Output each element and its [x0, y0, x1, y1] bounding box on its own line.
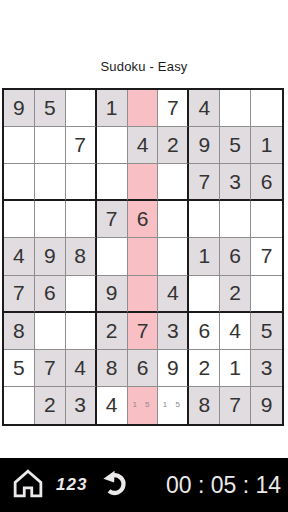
- cell-r8c8[interactable]: 1: [220, 350, 251, 387]
- pencil-marks: 1 5: [163, 401, 183, 409]
- bottom-toolbar: 123 00 : 05 : 14: [0, 458, 288, 512]
- cell-r4c2[interactable]: [35, 201, 66, 238]
- cell-r9c4[interactable]: 4: [97, 387, 128, 424]
- cell-r2c1[interactable]: [4, 127, 35, 164]
- cell-r8c5[interactable]: 6: [128, 350, 159, 387]
- numbers-input-button[interactable]: 123: [56, 475, 87, 495]
- cell-r7c4[interactable]: 2: [97, 313, 128, 350]
- cell-r2c8[interactable]: 5: [220, 127, 251, 164]
- cell-r5c5[interactable]: [128, 238, 159, 275]
- cell-r4c1[interactable]: [4, 201, 35, 238]
- cell-r5c1[interactable]: 4: [4, 238, 35, 275]
- cell-r8c1[interactable]: 5: [4, 350, 35, 387]
- cell-r9c2[interactable]: 2: [35, 387, 66, 424]
- cell-r6c6[interactable]: 4: [158, 276, 189, 313]
- cell-r4c9[interactable]: [251, 201, 282, 238]
- cell-r4c4[interactable]: 7: [97, 201, 128, 238]
- timer-display: 00 : 05 : 14: [166, 472, 281, 499]
- cell-r6c8[interactable]: 2: [220, 276, 251, 313]
- cell-r6c1[interactable]: 7: [4, 276, 35, 313]
- cell-r1c5[interactable]: [128, 90, 159, 127]
- cell-r1c4[interactable]: 1: [97, 90, 128, 127]
- cell-r4c6[interactable]: [158, 201, 189, 238]
- cell-r5c4[interactable]: [97, 238, 128, 275]
- cell-r1c9[interactable]: [251, 90, 282, 127]
- cell-r2c2[interactable]: [35, 127, 66, 164]
- cell-r9c6[interactable]: 1 5: [158, 387, 189, 424]
- cell-r3c4[interactable]: [97, 164, 128, 201]
- cell-r9c3[interactable]: 3: [66, 387, 97, 424]
- cell-r1c2[interactable]: 5: [35, 90, 66, 127]
- cell-r4c8[interactable]: [220, 201, 251, 238]
- cell-r1c1[interactable]: 9: [4, 90, 35, 127]
- cell-r4c3[interactable]: [66, 201, 97, 238]
- cell-r9c1[interactable]: [4, 387, 35, 424]
- cell-r7c3[interactable]: [66, 313, 97, 350]
- cell-r3c3[interactable]: [66, 164, 97, 201]
- cell-r8c2[interactable]: 7: [35, 350, 66, 387]
- cell-r2c6[interactable]: 2: [158, 127, 189, 164]
- cell-r7c1[interactable]: 8: [4, 313, 35, 350]
- cell-r9c8[interactable]: 7: [220, 387, 251, 424]
- home-button[interactable]: [13, 470, 43, 500]
- cell-r3c7[interactable]: 7: [189, 164, 220, 201]
- home-icon: [13, 468, 43, 502]
- cell-r2c9[interactable]: 1: [251, 127, 282, 164]
- app-screen: Sudoku - Easy 95174742951736764981677694…: [0, 0, 288, 512]
- cell-r4c5[interactable]: 6: [128, 201, 159, 238]
- cell-r6c9[interactable]: [251, 276, 282, 313]
- cell-r8c6[interactable]: 9: [158, 350, 189, 387]
- cell-r6c7[interactable]: [189, 276, 220, 313]
- cell-r6c5[interactable]: [128, 276, 159, 313]
- cell-r1c6[interactable]: 7: [158, 90, 189, 127]
- cell-r1c3[interactable]: [66, 90, 97, 127]
- cell-r7c9[interactable]: 5: [251, 313, 282, 350]
- sudoku-board: 9517474295173676498167769428273645574869…: [2, 88, 284, 426]
- cell-r9c9[interactable]: 9: [251, 387, 282, 424]
- cell-r6c2[interactable]: 6: [35, 276, 66, 313]
- page-title: Sudoku - Easy: [0, 59, 288, 74]
- cell-r3c9[interactable]: 6: [251, 164, 282, 201]
- cell-r5c7[interactable]: 1: [189, 238, 220, 275]
- cell-r5c3[interactable]: 8: [66, 238, 97, 275]
- cell-r7c8[interactable]: 4: [220, 313, 251, 350]
- cell-r4c7[interactable]: [189, 201, 220, 238]
- cell-r3c6[interactable]: [158, 164, 189, 201]
- cell-r2c3[interactable]: 7: [66, 127, 97, 164]
- cell-r3c5[interactable]: [128, 164, 159, 201]
- cell-r5c6[interactable]: [158, 238, 189, 275]
- cell-r9c7[interactable]: 8: [189, 387, 220, 424]
- cell-r2c7[interactable]: 9: [189, 127, 220, 164]
- cell-r8c7[interactable]: 2: [189, 350, 220, 387]
- undo-icon: [102, 468, 130, 502]
- cell-r3c1[interactable]: [4, 164, 35, 201]
- cell-r2c4[interactable]: [97, 127, 128, 164]
- cell-r3c8[interactable]: 3: [220, 164, 251, 201]
- cell-r8c3[interactable]: 4: [66, 350, 97, 387]
- cell-r2c5[interactable]: 4: [128, 127, 159, 164]
- undo-button[interactable]: [102, 470, 130, 500]
- cell-r5c2[interactable]: 9: [35, 238, 66, 275]
- cell-r1c8[interactable]: [220, 90, 251, 127]
- cell-r7c2[interactable]: [35, 313, 66, 350]
- cell-r3c2[interactable]: [35, 164, 66, 201]
- cell-r6c4[interactable]: 9: [97, 276, 128, 313]
- cell-r8c4[interactable]: 8: [97, 350, 128, 387]
- cell-r5c9[interactable]: 7: [251, 238, 282, 275]
- cell-r9c5[interactable]: 1 5: [128, 387, 159, 424]
- cell-r8c9[interactable]: 3: [251, 350, 282, 387]
- cell-r6c3[interactable]: [66, 276, 97, 313]
- cell-r1c7[interactable]: 4: [189, 90, 220, 127]
- cell-r7c5[interactable]: 7: [128, 313, 159, 350]
- pencil-marks: 1 5: [132, 401, 152, 409]
- cell-r5c8[interactable]: 6: [220, 238, 251, 275]
- cell-r7c6[interactable]: 3: [158, 313, 189, 350]
- cell-r7c7[interactable]: 6: [189, 313, 220, 350]
